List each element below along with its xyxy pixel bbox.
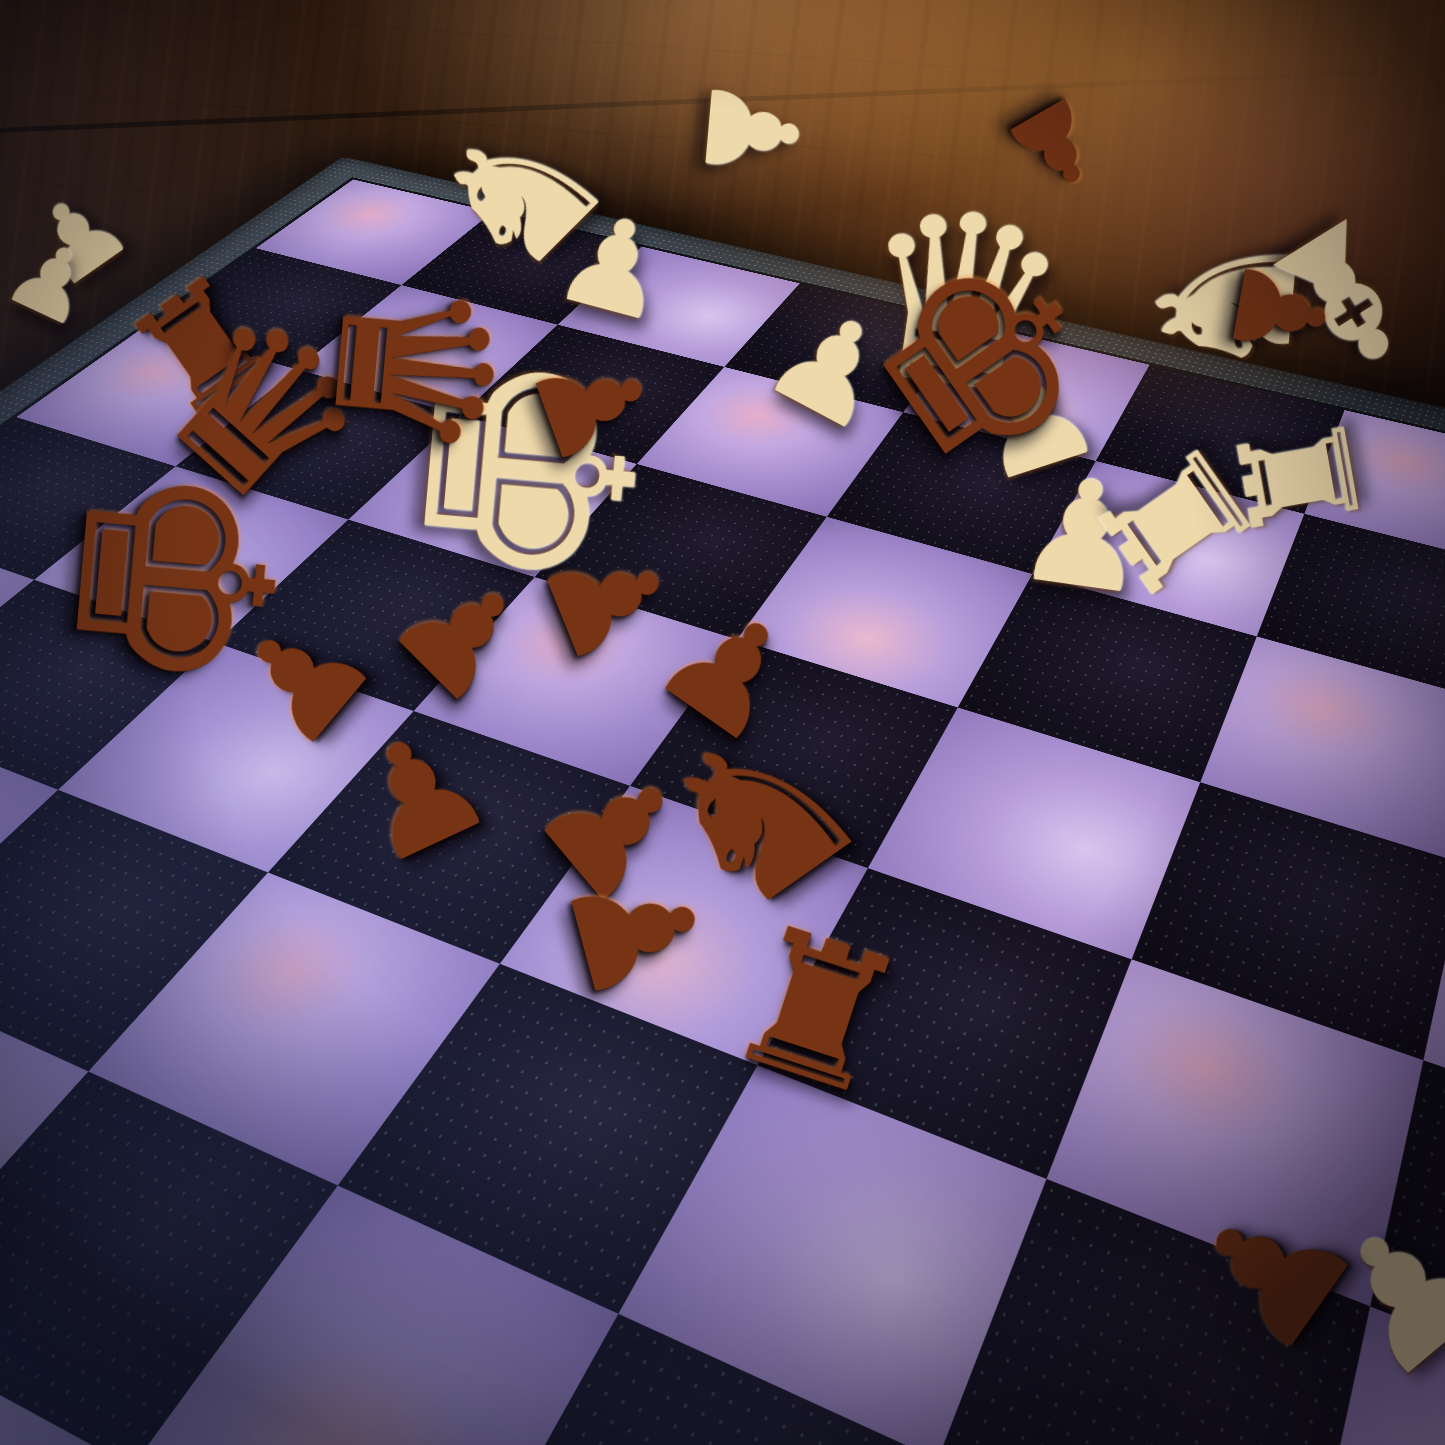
white-pawn: ♟ bbox=[685, 70, 817, 191]
black-queen: ♛ bbox=[298, 265, 526, 473]
chess-set-photo: ♟♟♞♟♟♛♟♚♟♟♞♝♜♜♟♜♛♛♟♚♟♟♚♟♟♟♟♟♟♞♟♜♟ bbox=[0, 0, 1445, 1445]
pieces-layer: ♟♟♞♟♟♛♟♚♟♟♞♝♜♜♟♜♛♛♟♚♟♟♚♟♟♟♟♟♟♞♟♜♟ bbox=[0, 0, 1445, 1445]
black-pawn: ♟ bbox=[1211, 248, 1347, 374]
black-pawn: ♟ bbox=[1160, 1162, 1384, 1382]
white-rook: ♜ bbox=[1216, 399, 1385, 555]
